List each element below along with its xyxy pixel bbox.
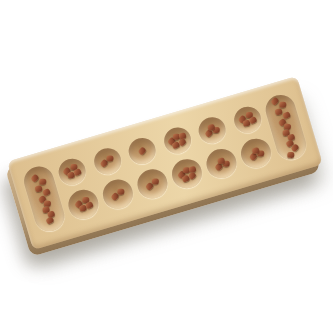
seed [73,168,82,176]
seed [270,97,279,106]
pit-lanes [50,102,280,224]
seed [138,146,147,155]
seed [39,179,46,185]
seed [151,178,158,184]
seed [34,185,42,192]
pit-top-1[interactable] [56,155,89,188]
pit-top-4[interactable] [161,124,194,157]
seed [251,147,259,154]
pit-bottom-3[interactable] [134,166,171,202]
pit-bottom-4[interactable] [168,156,205,192]
seed [287,152,294,158]
pit-bottom-5[interactable] [203,145,240,181]
seed [217,157,225,164]
pit-top-5[interactable] [196,114,229,147]
board-surface [7,76,323,250]
pit-bottom-2[interactable] [99,176,136,212]
product-photo [0,0,333,333]
pit-bottom-6[interactable] [237,135,274,171]
seed [45,216,54,225]
mancala-board [7,76,323,250]
pit-top-6[interactable] [231,103,264,136]
seed [30,174,39,183]
seed [106,156,113,162]
pit-top-3[interactable] [126,135,159,168]
seed [117,188,124,194]
seed [249,116,258,124]
pit-bottom-1[interactable] [65,186,102,222]
seed [279,102,286,108]
seed [274,108,282,115]
pit-top-2[interactable] [91,145,124,178]
